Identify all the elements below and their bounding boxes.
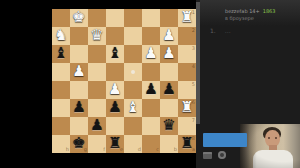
piece-bB-e3[interactable]: ♝ xyxy=(106,45,124,63)
square-g5[interactable] xyxy=(70,81,88,99)
rank-label-5: 5 xyxy=(192,82,195,87)
square-f4[interactable] xyxy=(88,63,106,81)
video-frame: ♚♜1♞♛♟2♝♝♟♟3♟4♟♟♟5♟♟♝♜6♟♛7h♚gf♜edcb♜8a b… xyxy=(0,0,300,168)
piece-wP-b2[interactable]: ♟ xyxy=(160,27,178,45)
square-c8[interactable]: c xyxy=(142,135,160,153)
square-c7[interactable] xyxy=(142,117,160,135)
square-d5[interactable] xyxy=(124,81,142,99)
square-a1[interactable]: ♜1 xyxy=(178,9,196,27)
rank-label-1: 1 xyxy=(192,10,195,15)
webcam-feed xyxy=(240,124,300,168)
square-f2[interactable]: ♛ xyxy=(88,27,106,45)
rank-label-4: 4 xyxy=(192,64,195,69)
file-label-g: g xyxy=(84,147,87,152)
square-b8[interactable]: b xyxy=(160,135,178,153)
square-g7[interactable] xyxy=(70,117,88,135)
move-text: … xyxy=(225,27,231,34)
square-h8[interactable]: h xyxy=(52,135,70,153)
piece-bP-g6[interactable]: ♟ xyxy=(70,99,88,117)
move-list-row[interactable]: 1.… xyxy=(210,27,231,34)
action-button[interactable] xyxy=(203,133,247,147)
square-e6[interactable]: ♟ xyxy=(106,99,124,117)
username-line: bezzefab 14+1863 xyxy=(225,8,297,14)
piece-wB-d6[interactable]: ♝ xyxy=(124,99,142,117)
square-a7[interactable]: 7 xyxy=(178,117,196,135)
square-b2[interactable]: ♟ xyxy=(160,27,178,45)
square-d3[interactable] xyxy=(124,45,142,63)
square-c2[interactable] xyxy=(142,27,160,45)
piece-wQ-f2[interactable]: ♛ xyxy=(88,27,106,45)
file-label-f: f xyxy=(103,147,105,152)
square-e4[interactable] xyxy=(106,63,124,81)
rank-label-3: 3 xyxy=(192,46,195,51)
square-b5[interactable]: ♟ xyxy=(160,81,178,99)
square-a6[interactable]: ♜6 xyxy=(178,99,196,117)
square-f3[interactable] xyxy=(88,45,106,63)
square-c3[interactable]: ♟ xyxy=(142,45,160,63)
rank-label-6: 6 xyxy=(192,100,195,105)
square-b3[interactable]: ♟ xyxy=(160,45,178,63)
square-h1[interactable] xyxy=(52,9,70,27)
square-g8[interactable]: ♚g xyxy=(70,135,88,153)
square-a4[interactable]: 4 xyxy=(178,63,196,81)
square-c6[interactable] xyxy=(142,99,160,117)
square-g6[interactable]: ♟ xyxy=(70,99,88,117)
piece-bP-b5[interactable]: ♟ xyxy=(160,81,178,99)
file-label-d: d xyxy=(138,147,141,152)
file-label-e: e xyxy=(120,147,123,152)
piece-wP-b3[interactable]: ♟ xyxy=(160,45,178,63)
file-label-h: h xyxy=(66,147,69,152)
user-rating: 1863 xyxy=(263,8,276,14)
square-c4[interactable] xyxy=(142,63,160,81)
square-c5[interactable]: ♟ xyxy=(142,81,160,99)
piece-wP-e5[interactable]: ♟ xyxy=(106,81,124,99)
square-h5[interactable] xyxy=(52,81,70,99)
square-e3[interactable]: ♝ xyxy=(106,45,124,63)
webcam-vignette xyxy=(240,124,300,168)
file-label-b: b xyxy=(174,147,177,152)
square-g2[interactable] xyxy=(70,27,88,45)
rank-label-8: 8 xyxy=(192,136,195,141)
square-d6[interactable]: ♝ xyxy=(124,99,142,117)
square-e2[interactable] xyxy=(106,27,124,45)
piece-wP-g4[interactable]: ♟ xyxy=(70,63,88,81)
square-d7[interactable] xyxy=(124,117,142,135)
piece-wN-h2[interactable]: ♞ xyxy=(52,27,70,45)
printer-icon[interactable] xyxy=(203,152,212,159)
square-e5[interactable]: ♟ xyxy=(106,81,124,99)
rank-label-7: 7 xyxy=(192,118,195,123)
piece-bB-h3[interactable]: ♝ xyxy=(52,45,70,63)
square-e7[interactable] xyxy=(106,117,124,135)
square-a5[interactable]: 5 xyxy=(178,81,196,99)
square-f8[interactable]: f xyxy=(88,135,106,153)
square-b6[interactable] xyxy=(160,99,178,117)
square-b7[interactable]: ♛ xyxy=(160,117,178,135)
square-h6[interactable] xyxy=(52,99,70,117)
square-g4[interactable]: ♟ xyxy=(70,63,88,81)
square-d2[interactable] xyxy=(124,27,142,45)
square-g1[interactable]: ♚ xyxy=(70,9,88,27)
square-a3[interactable]: 3 xyxy=(178,45,196,63)
square-g3[interactable] xyxy=(70,45,88,63)
file-label-c: c xyxy=(156,147,159,152)
piece-wP-c3[interactable]: ♟ xyxy=(142,45,160,63)
square-f1[interactable] xyxy=(88,9,106,27)
camera-icon[interactable] xyxy=(218,151,226,159)
move-number: 1. xyxy=(210,27,216,34)
square-f6[interactable] xyxy=(88,99,106,117)
square-b4[interactable] xyxy=(160,63,178,81)
square-d8[interactable]: d xyxy=(124,135,142,153)
piece-bP-e6[interactable]: ♟ xyxy=(106,99,124,117)
square-h7[interactable] xyxy=(52,117,70,135)
square-d4[interactable] xyxy=(124,63,142,81)
square-d1[interactable] xyxy=(124,9,142,27)
rank-label-2: 2 xyxy=(192,28,195,33)
chess-board[interactable]: ♚♜1♞♛♟2♝♝♟♟3♟4♟♟♟5♟♟♝♜6♟♛7h♚gf♜edcb♜8a xyxy=(52,9,196,153)
square-b1[interactable] xyxy=(160,9,178,27)
panel-toolbar xyxy=(203,151,226,159)
move-hint-dot xyxy=(131,70,135,74)
square-a2[interactable]: 2 xyxy=(178,27,196,45)
piece-bP-c5[interactable]: ♟ xyxy=(142,81,160,99)
square-h4[interactable] xyxy=(52,63,70,81)
square-e1[interactable] xyxy=(106,9,124,27)
square-a8[interactable]: ♜8a xyxy=(178,135,196,153)
piece-wK-g1[interactable]: ♚ xyxy=(70,9,88,27)
file-label-a: a xyxy=(192,147,195,152)
square-f7[interactable]: ♟ xyxy=(88,117,106,135)
square-f5[interactable] xyxy=(88,81,106,99)
square-e8[interactable]: ♜e xyxy=(106,135,124,153)
square-h2[interactable]: ♞ xyxy=(52,27,70,45)
piece-bQ-b7[interactable]: ♛ xyxy=(160,117,178,135)
square-h3[interactable]: ♝ xyxy=(52,45,70,63)
user-subtitle: в броузере xyxy=(225,15,254,21)
square-c1[interactable] xyxy=(142,9,160,27)
username-text: bezzefab 14+ xyxy=(225,8,260,14)
piece-bP-f7[interactable]: ♟ xyxy=(88,117,106,135)
